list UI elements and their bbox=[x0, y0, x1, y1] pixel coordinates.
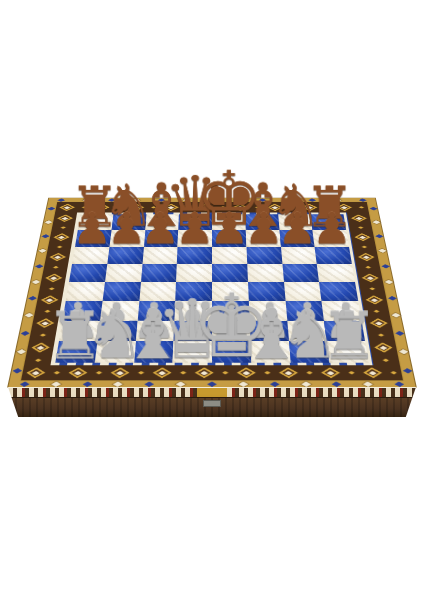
trim-pearl-diamond bbox=[16, 349, 25, 354]
band-dot-motif bbox=[57, 245, 62, 248]
band-dot-motif bbox=[95, 371, 101, 375]
trim-pearl-diamond bbox=[51, 381, 61, 386]
hinge-icon bbox=[203, 400, 221, 407]
band-diamond-motif bbox=[358, 253, 374, 261]
band-diamond-center bbox=[340, 206, 346, 209]
square-f7[interactable]: ♟ bbox=[246, 230, 281, 247]
band-dot-motif bbox=[358, 206, 363, 208]
square-f1[interactable]: ♝ bbox=[250, 341, 290, 363]
band-diamond-center bbox=[31, 370, 39, 374]
chess-set-photo: ♜♞♝♛♚♝♞♜♟♟♟♟♟♟♟♟♟♟♟♟♟♟♟♟♜♞♝♛♚♝♞♜ bbox=[30, 100, 394, 464]
band-dot-motif bbox=[61, 226, 66, 229]
board-outer-trim: ♜♞♝♛♚♝♞♜♟♟♟♟♟♟♟♟♟♟♟♟♟♟♟♟♜♞♝♛♚♝♞♜ bbox=[7, 198, 417, 388]
band-diamond-center bbox=[133, 206, 139, 209]
band-diamond-center bbox=[63, 206, 69, 209]
band-diamond-center bbox=[242, 370, 250, 374]
band-diamond-center bbox=[237, 206, 243, 209]
band-dot-motif bbox=[222, 371, 228, 375]
band-dot-motif bbox=[390, 371, 396, 375]
band-diamond-center bbox=[356, 216, 363, 219]
trim-pearl-diamond bbox=[238, 381, 248, 386]
band-dot-motif bbox=[358, 226, 363, 229]
square-d6[interactable] bbox=[177, 247, 212, 264]
square-b6[interactable] bbox=[107, 247, 143, 264]
band-dot-motif bbox=[264, 371, 270, 375]
band-dot-motif bbox=[306, 371, 312, 375]
trim-pearl-diamond bbox=[31, 280, 39, 284]
trim-blue-diamond bbox=[375, 234, 383, 238]
trim-blue-diamond bbox=[20, 331, 29, 336]
band-diamond-motif bbox=[152, 367, 171, 378]
band-dot-motif bbox=[378, 333, 384, 336]
band-diamond-center bbox=[62, 216, 69, 219]
band-diamond-center bbox=[200, 370, 208, 374]
square-h6[interactable] bbox=[315, 247, 352, 264]
piece-black-pawn[interactable]: ♟ bbox=[312, 210, 352, 247]
piece-black-pawn[interactable]: ♟ bbox=[209, 210, 249, 247]
trim-blue-diamond bbox=[270, 381, 280, 386]
band-diamond-center bbox=[98, 206, 104, 209]
band-diamond-center bbox=[306, 206, 312, 209]
band-dot-motif bbox=[137, 371, 143, 375]
square-a1[interactable]: ♜ bbox=[55, 341, 97, 363]
trim-pearl-diamond bbox=[301, 381, 311, 386]
trim-blue-diamond bbox=[388, 296, 397, 301]
square-c1[interactable]: ♝ bbox=[134, 341, 174, 363]
trim-blue-diamond bbox=[12, 368, 21, 373]
trim-blue-diamond bbox=[20, 381, 30, 386]
square-c5[interactable] bbox=[141, 264, 178, 282]
band-diamond-motif bbox=[26, 367, 45, 378]
band-diamond-center bbox=[284, 370, 292, 374]
case-front-wood bbox=[8, 398, 416, 418]
trim-blue-diamond bbox=[332, 381, 342, 386]
band-diamond-center bbox=[363, 255, 370, 258]
band-diamond-center bbox=[326, 370, 334, 374]
band-diamond-motif bbox=[45, 273, 62, 282]
band-diamond-motif bbox=[50, 253, 66, 261]
band-diamond-center bbox=[50, 276, 57, 280]
trim-blue-diamond bbox=[35, 264, 43, 268]
band-dot-motif bbox=[383, 358, 389, 361]
trim-blue-diamond bbox=[395, 381, 405, 386]
square-g7[interactable]: ♟ bbox=[279, 230, 315, 247]
band-diamond-center bbox=[271, 206, 277, 209]
board-front-face bbox=[8, 387, 416, 417]
band-dot-motif bbox=[53, 266, 59, 269]
band-diamond-motif bbox=[236, 367, 255, 378]
square-h7[interactable]: ♟ bbox=[313, 230, 349, 247]
trim-pearl-diamond bbox=[378, 249, 386, 253]
square-a5[interactable] bbox=[69, 264, 107, 282]
square-a6[interactable] bbox=[72, 247, 109, 264]
band-diamond-center bbox=[158, 370, 166, 374]
trim-blue-diamond bbox=[395, 331, 404, 336]
chess-board: ♜♞♝♛♚♝♞♜♟♟♟♟♟♟♟♟♟♟♟♟♟♟♟♟♜♞♝♛♚♝♞♜ bbox=[7, 198, 417, 388]
band-dot-motif bbox=[53, 371, 59, 375]
square-g6[interactable] bbox=[281, 247, 317, 264]
band-diamond-motif bbox=[53, 233, 69, 241]
trim-blue-diamond bbox=[145, 381, 155, 386]
trim-pearl-diamond bbox=[399, 349, 408, 354]
trim-pearl-diamond bbox=[384, 280, 392, 284]
band-dot-motif bbox=[362, 245, 367, 248]
band-diamond-center bbox=[73, 370, 81, 374]
band-dot-motif bbox=[348, 371, 354, 375]
band-diamond-motif bbox=[354, 233, 370, 241]
band-diamond-center bbox=[167, 206, 173, 209]
band-diamond-motif bbox=[278, 367, 297, 378]
trim-blue-diamond bbox=[207, 381, 217, 386]
square-g5[interactable] bbox=[282, 264, 319, 282]
band-diamond-center bbox=[58, 235, 65, 238]
piece-white-rook[interactable]: ♜ bbox=[45, 308, 104, 364]
square-b5[interactable] bbox=[105, 264, 142, 282]
key-strip-gold-center bbox=[197, 388, 227, 397]
band-dot-motif bbox=[35, 358, 41, 361]
band-diamond-center bbox=[367, 276, 374, 280]
outer-trim-bottom bbox=[8, 381, 415, 387]
decor-band-bottom bbox=[21, 365, 403, 380]
band-diamond-motif bbox=[194, 367, 213, 378]
band-dot-motif bbox=[49, 287, 55, 290]
trim-pearl-diamond bbox=[24, 313, 33, 318]
band-dot-motif bbox=[180, 371, 186, 375]
band-diamond-center bbox=[37, 345, 45, 349]
band-diamond-motif bbox=[68, 367, 87, 378]
band-diamond-motif bbox=[321, 367, 340, 378]
band-diamond-center bbox=[202, 206, 208, 209]
inlay-key-strip bbox=[8, 387, 416, 398]
square-d7[interactable]: ♟ bbox=[178, 230, 212, 247]
band-dot-motif bbox=[365, 266, 371, 269]
piece-black-pawn[interactable]: ♟ bbox=[72, 210, 112, 247]
trim-pearl-diamond bbox=[363, 381, 373, 386]
square-c6[interactable] bbox=[142, 247, 178, 264]
board-decor-band: ♜♞♝♛♚♝♞♜♟♟♟♟♟♟♟♟♟♟♟♟♟♟♟♟♜♞♝♛♚♝♞♜ bbox=[20, 202, 404, 381]
board-inner-trim: ♜♞♝♛♚♝♞♜♟♟♟♟♟♟♟♟♟♟♟♟♟♟♟♟♜♞♝♛♚♝♞♜ bbox=[50, 213, 373, 366]
trim-pearl-diamond bbox=[114, 381, 124, 386]
square-c7[interactable]: ♟ bbox=[143, 230, 178, 247]
trim-pearl-diamond bbox=[176, 381, 186, 386]
trim-blue-diamond bbox=[82, 381, 92, 386]
band-diamond-center bbox=[54, 255, 61, 258]
trim-blue-diamond bbox=[381, 264, 389, 268]
piece-white-rook[interactable]: ♜ bbox=[320, 308, 379, 364]
piece-white-bishop[interactable]: ♝ bbox=[122, 304, 185, 364]
piece-white-bishop[interactable]: ♝ bbox=[239, 304, 302, 364]
trim-blue-diamond bbox=[28, 296, 37, 301]
band-diamond-center bbox=[116, 370, 124, 374]
band-diamond-motif bbox=[363, 367, 382, 378]
band-diamond-center bbox=[380, 345, 388, 349]
trim-blue-diamond bbox=[402, 368, 411, 373]
square-h5[interactable] bbox=[317, 264, 355, 282]
band-diamond-center bbox=[359, 235, 366, 238]
band-diamond-motif bbox=[362, 273, 379, 282]
square-h1[interactable]: ♜ bbox=[327, 341, 369, 363]
square-e7[interactable]: ♟ bbox=[212, 230, 246, 247]
square-f6[interactable] bbox=[246, 247, 282, 264]
trim-pearl-diamond bbox=[372, 220, 380, 224]
band-diamond-center bbox=[368, 370, 376, 374]
square-e6[interactable] bbox=[212, 247, 247, 264]
band-diamond-motif bbox=[110, 367, 129, 378]
band-dot-motif bbox=[369, 287, 375, 290]
trim-pearl-diamond bbox=[391, 313, 400, 318]
trim-blue-diamond bbox=[369, 207, 377, 211]
board-grid: ♜♞♝♛♚♝♞♜♟♟♟♟♟♟♟♟♟♟♟♟♟♟♟♟♜♞♝♛♚♝♞♜ bbox=[55, 214, 368, 362]
